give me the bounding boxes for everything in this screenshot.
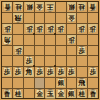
piece-kanji: 歩 — [26, 25, 33, 32]
piece-kanji: 歩 — [4, 25, 11, 32]
square-r9c3[interactable] — [24, 89, 35, 99]
piece-silver-black[interactable]: 銀 — [67, 89, 76, 99]
square-r7c3[interactable]: 角 — [24, 67, 35, 78]
square-r9c8[interactable]: 桂 — [77, 89, 88, 99]
square-r3c1[interactable]: 歩 — [2, 24, 13, 35]
piece-silver-white[interactable]: 銀 — [67, 2, 76, 12]
square-r5c3[interactable] — [24, 46, 35, 57]
square-r9c7[interactable]: 銀 — [67, 89, 77, 99]
piece-kanji: 歩 — [15, 47, 22, 54]
piece-pawn-white[interactable]: 歩 — [88, 24, 97, 34]
square-r2c8[interactable] — [77, 13, 88, 24]
square-r7c7[interactable]: 歩 — [67, 67, 77, 78]
piece-kanji: 歩 — [4, 69, 11, 76]
piece-pawn-black[interactable]: 歩 — [46, 67, 55, 77]
piece-king-white[interactable]: 王 — [45, 2, 55, 12]
piece-kanji: 歩 — [36, 69, 43, 76]
square-r5c7[interactable] — [67, 46, 77, 57]
piece-kanji: 歩 — [47, 69, 54, 76]
square-r7c5[interactable]: 歩 — [45, 67, 56, 78]
square-r7c2[interactable]: 歩 — [13, 67, 24, 78]
piece-kanji: 香 — [4, 3, 11, 10]
piece-knight-black[interactable]: 桂 — [77, 89, 86, 99]
piece-kanji: 香 — [90, 3, 97, 10]
square-r8c8[interactable]: 飛 — [77, 78, 88, 89]
square-r1c5[interactable]: 王 — [45, 2, 56, 13]
piece-kanji: 歩 — [58, 25, 65, 32]
piece-rook-white[interactable]: 飛 — [13, 13, 23, 23]
piece-kanji: 銀 — [68, 3, 75, 10]
square-r2c2[interactable]: 飛 — [13, 13, 24, 24]
piece-pawn-white[interactable]: 歩 — [3, 24, 12, 34]
square-r4c3[interactable] — [24, 35, 35, 46]
square-r6c2[interactable] — [13, 56, 24, 67]
square-r8c3[interactable] — [24, 78, 35, 89]
square-r9c2[interactable]: 桂 — [13, 89, 24, 99]
square-r4c1[interactable]: 角 — [2, 35, 13, 46]
square-r9c9[interactable]: 香 — [88, 89, 98, 99]
square-r4c9[interactable] — [88, 35, 98, 46]
piece-kanji: 飛 — [78, 80, 85, 87]
square-r9c1[interactable]: 香 — [2, 89, 13, 99]
piece-kanji: 玉 — [47, 91, 54, 98]
piece-pawn-white[interactable]: 歩 — [67, 35, 76, 45]
piece-kanji: 香 — [4, 91, 11, 98]
piece-bishop-black[interactable]: 角 — [24, 67, 34, 77]
piece-knight-white[interactable]: 桂 — [77, 2, 86, 12]
piece-kanji: 銀 — [58, 80, 65, 87]
piece-rook-black[interactable]: 飛 — [77, 78, 87, 88]
piece-pawn-black[interactable]: 歩 — [14, 67, 23, 77]
square-r6c4[interactable] — [35, 56, 45, 67]
piece-kanji: 金 — [36, 91, 43, 98]
piece-kanji: 金 — [68, 14, 75, 21]
piece-kanji: 王 — [47, 3, 54, 10]
piece-kanji: 歩 — [68, 69, 75, 76]
square-r8c9[interactable] — [88, 78, 98, 89]
square-r1c1[interactable]: 香 — [2, 2, 13, 13]
square-r1c2[interactable]: 桂 — [13, 2, 24, 13]
square-r2c9[interactable] — [88, 13, 98, 24]
piece-kanji: 桂 — [79, 91, 86, 98]
piece-kanji: 歩 — [90, 69, 97, 76]
piece-kanji: 銀 — [68, 91, 75, 98]
piece-king-black[interactable]: 玉 — [45, 89, 55, 99]
square-r5c1[interactable] — [2, 46, 13, 57]
piece-kanji: 歩 — [79, 48, 86, 55]
piece-kanji: 歩 — [15, 69, 22, 76]
square-r5c5[interactable] — [45, 46, 56, 57]
star-point — [54, 65, 56, 67]
square-r6c8[interactable] — [77, 56, 88, 67]
piece-kanji: 角 — [26, 69, 33, 76]
piece-kanji: 歩 — [79, 25, 86, 32]
highlighted-square[interactable] — [35, 78, 45, 89]
piece-silver-white[interactable]: 銀 — [25, 2, 34, 12]
piece-knight-black[interactable]: 桂 — [14, 89, 23, 99]
star-point — [33, 33, 35, 35]
square-r8c1[interactable] — [2, 78, 13, 89]
square-r2c6[interactable] — [56, 13, 66, 24]
square-r7c9[interactable]: 歩 — [88, 67, 98, 78]
square-r1c6[interactable] — [56, 2, 66, 13]
piece-kanji: 金 — [58, 91, 65, 98]
piece-pawn-black[interactable]: 歩 — [35, 67, 44, 77]
square-r1c7[interactable]: 銀 — [67, 2, 77, 13]
square-r7c8[interactable] — [77, 67, 88, 78]
piece-gold-black[interactable]: 金 — [35, 89, 44, 99]
piece-lance-black[interactable]: 香 — [88, 89, 97, 99]
piece-kanji: 桂 — [79, 3, 86, 10]
piece-kanji: 歩 — [47, 25, 54, 32]
square-r3c2[interactable] — [13, 24, 24, 35]
square-r9c6[interactable]: 金 — [56, 89, 66, 99]
square-r5c6[interactable] — [56, 46, 66, 57]
square-r2c1[interactable] — [2, 13, 13, 24]
star-point — [54, 33, 56, 35]
square-r4c5[interactable] — [45, 35, 56, 46]
square-r1c8[interactable]: 桂 — [77, 2, 88, 13]
square-r8c5[interactable] — [45, 78, 56, 89]
square-r7c4[interactable]: 歩 — [35, 67, 45, 78]
square-r4c4[interactable] — [35, 35, 45, 46]
square-r1c9[interactable]: 香 — [88, 2, 98, 13]
square-r5c8[interactable]: 歩 — [77, 46, 88, 57]
piece-pawn-black[interactable]: 歩 — [56, 67, 65, 77]
square-r8c7[interactable] — [67, 78, 77, 89]
piece-kanji: 角 — [4, 36, 11, 43]
square-r5c9[interactable] — [88, 46, 98, 57]
square-r3c9[interactable]: 歩 — [88, 24, 98, 35]
piece-kanji: 桂 — [15, 3, 22, 10]
piece-lance-black[interactable]: 香 — [3, 89, 12, 99]
piece-pawn-black[interactable]: 歩 — [25, 56, 34, 66]
piece-pawn-white[interactable]: 歩 — [25, 24, 34, 34]
square-r9c4[interactable]: 金 — [35, 89, 45, 99]
piece-silver-black[interactable]: 銀 — [56, 78, 65, 88]
piece-pawn-white[interactable]: 歩 — [46, 24, 55, 34]
square-r6c6[interactable] — [56, 56, 66, 67]
square-r3c6[interactable]: 歩 — [56, 24, 66, 35]
piece-pawn-white[interactable]: 歩 — [35, 24, 44, 34]
piece-gold-white[interactable]: 金 — [35, 2, 44, 12]
piece-gold-white[interactable]: 金 — [67, 13, 76, 23]
piece-lance-white[interactable]: 香 — [88, 2, 97, 12]
piece-kanji: 歩 — [68, 36, 75, 43]
piece-bishop-white[interactable]: 角 — [2, 35, 12, 45]
piece-kanji: 銀 — [26, 3, 33, 10]
star-point — [33, 65, 35, 67]
piece-kanji: 歩 — [36, 25, 43, 32]
square-r2c4[interactable] — [35, 13, 45, 24]
square-r4c2[interactable] — [13, 35, 24, 46]
square-r2c5[interactable] — [45, 13, 56, 24]
square-r7c6[interactable]: 歩 — [56, 67, 66, 78]
piece-kanji: 歩 — [26, 58, 33, 65]
piece-pawn-white[interactable]: 歩 — [14, 46, 23, 56]
piece-kanji: 金 — [36, 3, 43, 10]
piece-knight-white[interactable]: 桂 — [14, 2, 23, 12]
piece-lance-white[interactable]: 香 — [3, 2, 12, 12]
square-r5c2[interactable]: 歩 — [13, 46, 24, 57]
piece-kanji: 香 — [90, 91, 97, 98]
piece-kanji: 桂 — [15, 91, 22, 98]
piece-pawn-black[interactable]: 歩 — [88, 67, 97, 77]
piece-pawn-white[interactable]: 歩 — [77, 24, 86, 34]
square-r5c4[interactable] — [35, 46, 45, 57]
piece-pawn-black[interactable]: 歩 — [3, 67, 12, 77]
square-r2c3[interactable] — [24, 13, 35, 24]
square-r8c2[interactable] — [13, 78, 24, 89]
piece-pawn-black[interactable]: 歩 — [77, 46, 86, 56]
piece-pawn-white[interactable]: 歩 — [56, 24, 65, 34]
piece-pawn-black[interactable]: 歩 — [67, 67, 76, 77]
piece-kanji: 歩 — [58, 69, 65, 76]
square-r2c7[interactable]: 金 — [67, 13, 77, 24]
square-r3c7[interactable] — [67, 24, 77, 35]
piece-kanji: 歩 — [90, 25, 97, 32]
piece-gold-black[interactable]: 金 — [56, 89, 65, 99]
square-r6c7[interactable] — [67, 56, 77, 67]
square-r1c4[interactable]: 金 — [35, 2, 45, 13]
square-r3c4[interactable]: 歩 — [35, 24, 45, 35]
square-r4c8[interactable] — [77, 35, 88, 46]
square-r1c3[interactable]: 銀 — [24, 2, 35, 13]
square-r6c9[interactable] — [88, 56, 98, 67]
square-r4c6[interactable] — [56, 35, 66, 46]
square-r7c1[interactable]: 歩 — [2, 67, 13, 78]
square-r8c6[interactable]: 銀 — [56, 78, 66, 89]
square-r3c8[interactable]: 歩 — [77, 24, 88, 35]
square-r9c5[interactable]: 玉 — [45, 89, 56, 99]
piece-kanji: 飛 — [15, 14, 22, 21]
square-r6c1[interactable] — [2, 56, 13, 67]
shogi-board: 香桂銀金王銀桂香飛金歩歩歩歩歩歩歩角歩歩歩歩歩歩角歩歩歩歩歩銀飛香桂金玉金銀桂香 — [1, 1, 99, 99]
square-r4c7[interactable]: 歩 — [67, 35, 77, 46]
